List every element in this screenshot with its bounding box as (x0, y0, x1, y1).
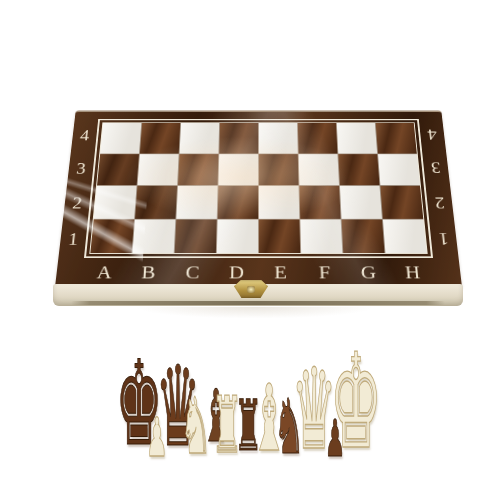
piece-light-pawn: ♟ (146, 411, 168, 465)
pieces-lineup: ♚♟♛♞♝♜♜♝♞♛♟♚ (0, 0, 500, 498)
piece-dark-knight: ♞ (274, 389, 305, 465)
piece-light-knight: ♞ (180, 387, 211, 465)
product-photo: 4321 4321 ABCDEFGH ♚♟♛♞♝♜♜♝♞♛♟♚ (0, 0, 500, 498)
piece-dark-pawn: ♟ (325, 413, 346, 464)
